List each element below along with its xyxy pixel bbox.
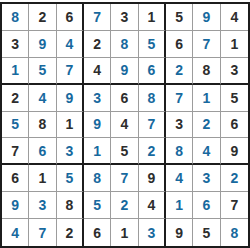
cell-r4c9[interactable]: 5 [221, 85, 248, 112]
cell-r7c5[interactable]: 7 [111, 165, 138, 192]
cell-r8c4[interactable]: 5 [84, 192, 111, 219]
cell-r3c5[interactable]: 9 [111, 58, 138, 85]
cell-r2c6[interactable]: 5 [139, 31, 166, 58]
cell-r7c2[interactable]: 1 [29, 165, 56, 192]
cell-r5c6[interactable]: 7 [139, 112, 166, 139]
cell-r3c1[interactable]: 1 [2, 58, 29, 85]
cell-r1c4[interactable]: 7 [84, 4, 111, 31]
cell-r8c9[interactable]: 7 [221, 192, 248, 219]
cell-r1c6[interactable]: 1 [139, 4, 166, 31]
cell-r1c5[interactable]: 3 [111, 4, 138, 31]
cell-r6c7[interactable]: 8 [166, 138, 193, 165]
sudoku-board: 8267315943942856711574962832493687155819… [0, 2, 250, 248]
cell-r1c2[interactable]: 2 [29, 4, 56, 31]
cell-r5c1[interactable]: 5 [2, 112, 29, 139]
cell-r8c6[interactable]: 4 [139, 192, 166, 219]
cell-r7c1[interactable]: 6 [2, 165, 29, 192]
cell-r4c8[interactable]: 1 [193, 85, 220, 112]
cell-r5c8[interactable]: 2 [193, 112, 220, 139]
cell-r7c8[interactable]: 3 [193, 165, 220, 192]
cell-r1c8[interactable]: 9 [193, 4, 220, 31]
cell-r2c5[interactable]: 8 [111, 31, 138, 58]
cell-r8c2[interactable]: 3 [29, 192, 56, 219]
cell-r6c6[interactable]: 2 [139, 138, 166, 165]
cell-r8c5[interactable]: 2 [111, 192, 138, 219]
cell-r6c4[interactable]: 1 [84, 138, 111, 165]
cell-r8c1[interactable]: 9 [2, 192, 29, 219]
cell-r4c1[interactable]: 2 [2, 85, 29, 112]
cell-r6c9[interactable]: 9 [221, 138, 248, 165]
cell-r2c7[interactable]: 6 [166, 31, 193, 58]
cell-r9c3[interactable]: 2 [57, 219, 84, 246]
cell-r9c7[interactable]: 9 [166, 219, 193, 246]
cell-r3c6[interactable]: 6 [139, 58, 166, 85]
cell-r2c2[interactable]: 9 [29, 31, 56, 58]
cell-r7c6[interactable]: 9 [139, 165, 166, 192]
cell-r1c3[interactable]: 6 [57, 4, 84, 31]
cell-r7c7[interactable]: 4 [166, 165, 193, 192]
cell-r2c3[interactable]: 4 [57, 31, 84, 58]
cell-r6c1[interactable]: 7 [2, 138, 29, 165]
cell-r5c9[interactable]: 6 [221, 112, 248, 139]
cell-r4c5[interactable]: 6 [111, 85, 138, 112]
cell-r7c4[interactable]: 8 [84, 165, 111, 192]
cell-r9c2[interactable]: 7 [29, 219, 56, 246]
cell-r6c5[interactable]: 5 [111, 138, 138, 165]
cell-r8c8[interactable]: 6 [193, 192, 220, 219]
cell-r4c2[interactable]: 4 [29, 85, 56, 112]
cell-r7c9[interactable]: 2 [221, 165, 248, 192]
cell-r3c4[interactable]: 4 [84, 58, 111, 85]
cell-r5c5[interactable]: 4 [111, 112, 138, 139]
cell-r4c6[interactable]: 8 [139, 85, 166, 112]
cell-r4c3[interactable]: 9 [57, 85, 84, 112]
cell-r8c7[interactable]: 1 [166, 192, 193, 219]
cell-r9c8[interactable]: 5 [193, 219, 220, 246]
cell-r2c9[interactable]: 1 [221, 31, 248, 58]
cell-r9c1[interactable]: 4 [2, 219, 29, 246]
cell-r9c9[interactable]: 8 [221, 219, 248, 246]
cell-r3c3[interactable]: 7 [57, 58, 84, 85]
cell-r5c3[interactable]: 1 [57, 112, 84, 139]
cell-r2c4[interactable]: 2 [84, 31, 111, 58]
cell-r7c3[interactable]: 5 [57, 165, 84, 192]
cell-r5c2[interactable]: 8 [29, 112, 56, 139]
cell-r1c7[interactable]: 5 [166, 4, 193, 31]
cell-r1c1[interactable]: 8 [2, 4, 29, 31]
cell-r3c8[interactable]: 8 [193, 58, 220, 85]
cell-r6c2[interactable]: 6 [29, 138, 56, 165]
cell-r3c9[interactable]: 3 [221, 58, 248, 85]
cell-r2c1[interactable]: 3 [2, 31, 29, 58]
cell-r4c7[interactable]: 7 [166, 85, 193, 112]
cell-r8c3[interactable]: 8 [57, 192, 84, 219]
cell-r6c8[interactable]: 4 [193, 138, 220, 165]
cell-r3c7[interactable]: 2 [166, 58, 193, 85]
cell-r3c2[interactable]: 5 [29, 58, 56, 85]
cell-r5c4[interactable]: 9 [84, 112, 111, 139]
cell-r9c6[interactable]: 3 [139, 219, 166, 246]
cell-r9c4[interactable]: 6 [84, 219, 111, 246]
cell-r9c5[interactable]: 1 [111, 219, 138, 246]
cell-r2c8[interactable]: 7 [193, 31, 220, 58]
cell-r6c3[interactable]: 3 [57, 138, 84, 165]
cell-r1c9[interactable]: 4 [221, 4, 248, 31]
cell-r5c7[interactable]: 3 [166, 112, 193, 139]
cell-r4c4[interactable]: 3 [84, 85, 111, 112]
